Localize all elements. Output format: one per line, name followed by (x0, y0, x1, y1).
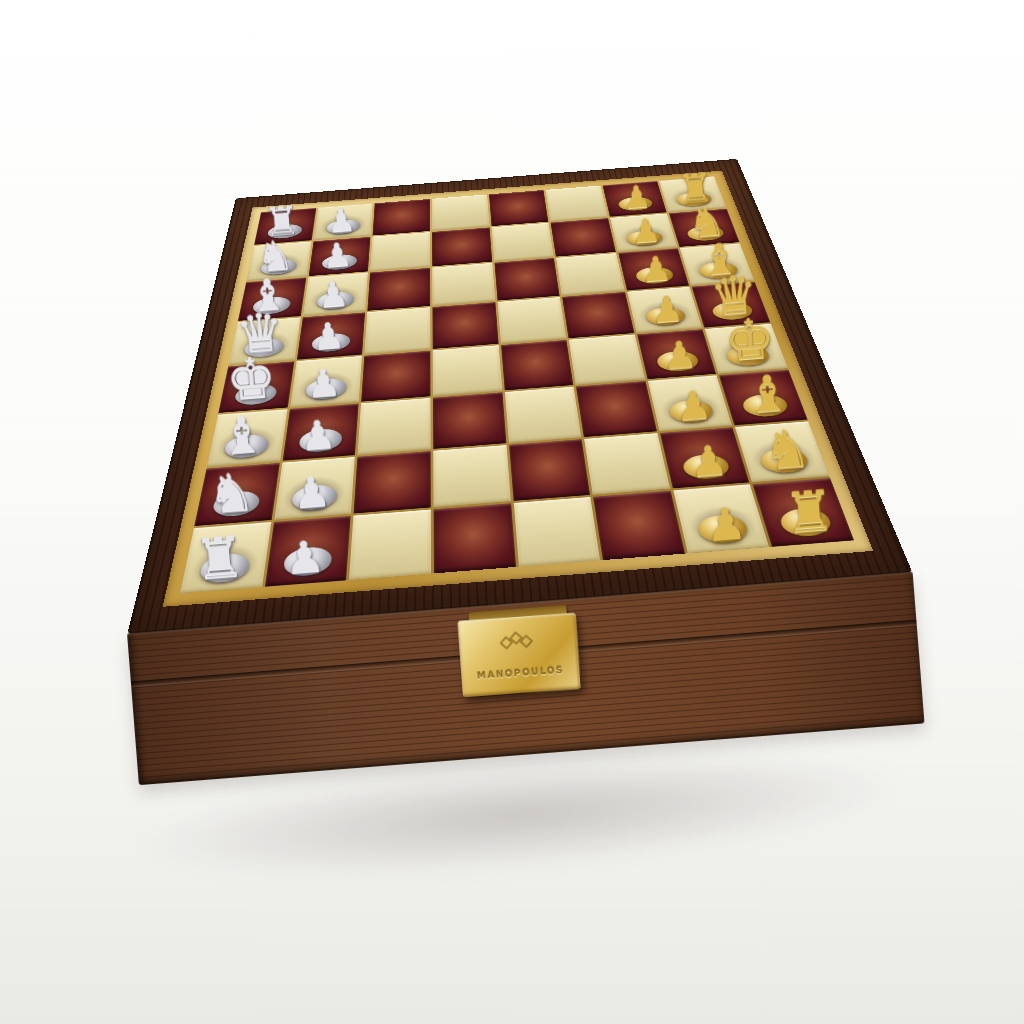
square-c6[interactable] (556, 253, 624, 295)
piece-silver-pawn-c2[interactable]: ♟ (300, 275, 365, 314)
square-g2[interactable]: ♟ (274, 457, 355, 520)
square-e2[interactable]: ♟ (290, 356, 362, 408)
square-b5[interactable] (491, 223, 554, 262)
product-photo-scene: ♜♟♟♜♞♟♟♞♝♟♟♝♛♟♟♛♚♟♟♚♝♟♟♝♞♟♟♞♜♟♟♜ MANOPOU… (0, 0, 1024, 1024)
square-a3[interactable] (373, 199, 430, 235)
piece-silver-pawn-f2[interactable]: ♟ (280, 412, 356, 457)
square-d4[interactable] (432, 302, 498, 349)
chessboard: ♜♟♟♜♞♟♟♞♝♟♟♝♛♟♟♛♚♟♟♚♝♟♟♝♞♟♟♞♜♟♟♜ (180, 177, 854, 594)
square-b6[interactable] (551, 218, 616, 257)
piece-gold-pawn-g7[interactable]: ♟ (669, 437, 749, 485)
piece-silver-knight-g1[interactable]: ♞ (191, 464, 272, 523)
square-a6[interactable] (546, 186, 608, 222)
square-h8[interactable]: ♜ (753, 478, 854, 546)
piece-silver-pawn-e2[interactable]: ♟ (287, 362, 359, 405)
square-d6[interactable] (562, 292, 634, 338)
square-e5[interactable] (501, 340, 574, 391)
square-a2[interactable]: ♟ (313, 203, 372, 239)
clasp-brand-label: MANOPOULOS (461, 664, 579, 682)
square-b4[interactable] (432, 227, 492, 266)
square-c3[interactable] (368, 268, 431, 311)
square-f2[interactable]: ♟ (282, 404, 358, 461)
square-f7[interactable]: ♟ (648, 375, 732, 430)
square-e4[interactable] (433, 345, 502, 396)
square-f6[interactable] (576, 381, 657, 437)
wooden-chess-box: ♜♟♟♜♞♟♟♞♝♟♟♝♛♟♟♛♚♟♟♚♝♟♟♝♞♟♟♞♜♟♟♜ MANOPOU… (99, 222, 924, 785)
piece-gold-king-e8[interactable]: ♚ (714, 310, 787, 371)
square-g3[interactable] (354, 451, 431, 514)
square-c5[interactable] (494, 258, 560, 300)
manopoulos-logo-icon (501, 632, 536, 650)
square-a4[interactable] (432, 195, 489, 231)
square-g7[interactable]: ♟ (660, 427, 750, 489)
square-d5[interactable] (497, 297, 566, 343)
square-g8[interactable]: ♞ (735, 421, 829, 482)
piece-silver-rook-h1[interactable]: ♜ (176, 527, 262, 589)
piece-gold-pawn-d7[interactable]: ♟ (633, 289, 701, 330)
piece-gold-pawn-f7[interactable]: ♟ (655, 383, 731, 428)
square-e7[interactable]: ♟ (637, 329, 716, 379)
square-f4[interactable] (433, 392, 506, 448)
piece-silver-pawn-d2[interactable]: ♟ (294, 316, 362, 357)
square-g5[interactable] (509, 439, 591, 501)
gold-clasp[interactable]: MANOPOULOS (458, 613, 581, 697)
square-h7[interactable]: ♟ (673, 485, 769, 554)
square-h4[interactable] (433, 504, 515, 574)
square-c4[interactable] (432, 263, 495, 306)
square-c7[interactable]: ♟ (618, 248, 689, 290)
square-g6[interactable] (584, 433, 670, 495)
square-f1[interactable]: ♝ (207, 409, 287, 466)
square-h1[interactable]: ♜ (180, 522, 271, 593)
square-d7[interactable]: ♟ (627, 287, 702, 333)
square-c2[interactable]: ♟ (303, 273, 368, 316)
piece-gold-pawn-c7[interactable]: ♟ (624, 249, 689, 288)
square-d3[interactable] (365, 307, 431, 354)
piece-gold-rook-h8[interactable]: ♜ (767, 481, 853, 543)
piece-gold-knight-g8[interactable]: ♞ (747, 420, 828, 479)
square-d2[interactable]: ♟ (297, 312, 366, 359)
square-e3[interactable] (361, 350, 430, 401)
brass-board-margin: ♜♟♟♜♞♟♟♞♝♟♟♝♛♟♟♛♚♟♟♚♝♟♟♝♞♟♟♞♜♟♟♜ (163, 171, 873, 607)
piece-gold-pawn-a7[interactable]: ♟ (607, 179, 667, 215)
square-g4[interactable] (433, 445, 510, 508)
piece-gold-pawn-b7[interactable]: ♟ (615, 213, 677, 250)
square-b2[interactable]: ♟ (308, 237, 370, 277)
square-b3[interactable] (370, 232, 430, 271)
square-b7[interactable]: ♟ (610, 213, 678, 252)
piece-silver-bishop-f1[interactable]: ♝ (204, 408, 280, 463)
piece-silver-pawn-b2[interactable]: ♟ (306, 237, 368, 274)
piece-gold-pawn-e7[interactable]: ♟ (644, 334, 716, 377)
square-h3[interactable] (349, 510, 431, 580)
piece-silver-pawn-g2[interactable]: ♟ (271, 469, 351, 517)
square-h6[interactable] (593, 491, 685, 560)
board-perspective-wrapper: ♜♟♟♜♞♟♟♞♝♟♟♝♛♟♟♛♚♟♟♚♝♟♟♝♞♟♟♞♜♟♟♜ (99, 222, 912, 635)
piece-gold-bishop-f8[interactable]: ♝ (730, 366, 806, 421)
square-h5[interactable] (513, 497, 600, 566)
piece-silver-pawn-a2[interactable]: ♟ (311, 202, 371, 238)
square-h2[interactable]: ♟ (265, 516, 351, 587)
square-g1[interactable]: ♞ (194, 463, 279, 527)
piece-silver-pawn-h2[interactable]: ♟ (262, 532, 347, 583)
square-f3[interactable] (358, 398, 431, 455)
square-f5[interactable] (504, 387, 581, 443)
square-a5[interactable] (489, 190, 549, 226)
square-e6[interactable] (569, 334, 645, 385)
piece-gold-pawn-h7[interactable]: ♟ (683, 499, 768, 550)
box-lid-wood-frame: ♜♟♟♜♞♟♟♞♝♟♟♝♛♟♟♛♚♟♟♚♝♟♟♝♞♟♟♞♜♟♟♜ (127, 159, 913, 635)
piece-silver-king-e1[interactable]: ♚ (215, 349, 288, 410)
